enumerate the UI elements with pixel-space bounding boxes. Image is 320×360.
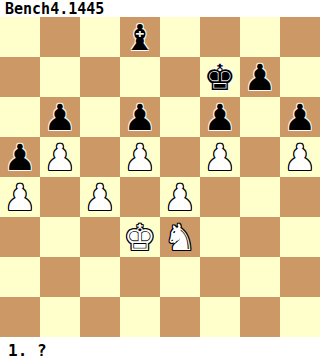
square-e7[interactable] — [160, 57, 200, 97]
square-c7[interactable] — [80, 57, 120, 97]
square-e8[interactable] — [160, 17, 200, 57]
square-b7[interactable] — [40, 57, 80, 97]
square-e6[interactable] — [160, 97, 200, 137]
square-d8[interactable]: ♝ — [120, 17, 160, 57]
square-h4[interactable] — [280, 177, 320, 217]
square-c3[interactable] — [80, 217, 120, 257]
square-f6[interactable]: ♟ — [200, 97, 240, 137]
white-pawn[interactable]: ♟ — [0, 177, 40, 217]
square-b5[interactable]: ♟ — [40, 137, 80, 177]
square-c6[interactable] — [80, 97, 120, 137]
white-pawn[interactable]: ♟ — [200, 137, 240, 177]
square-c5[interactable] — [80, 137, 120, 177]
white-pawn[interactable]: ♟ — [80, 177, 120, 217]
square-d2[interactable] — [120, 257, 160, 297]
black-king[interactable]: ♚ — [200, 57, 240, 97]
square-g2[interactable] — [240, 257, 280, 297]
square-a5[interactable]: ♟ — [0, 137, 40, 177]
white-pawn[interactable]: ♟ — [280, 137, 320, 177]
square-e1[interactable] — [160, 297, 200, 337]
square-a1[interactable] — [0, 297, 40, 337]
square-d6[interactable]: ♟ — [120, 97, 160, 137]
square-f5[interactable]: ♟ — [200, 137, 240, 177]
black-pawn[interactable]: ♟ — [0, 137, 40, 177]
square-d5[interactable]: ♟ — [120, 137, 160, 177]
square-h7[interactable] — [280, 57, 320, 97]
square-f3[interactable] — [200, 217, 240, 257]
white-pawn[interactable]: ♟ — [120, 137, 160, 177]
square-g4[interactable] — [240, 177, 280, 217]
square-f4[interactable] — [200, 177, 240, 217]
square-b1[interactable] — [40, 297, 80, 337]
square-h1[interactable] — [280, 297, 320, 337]
white-pawn[interactable]: ♟ — [160, 177, 200, 217]
white-knight[interactable]: ♞ — [160, 217, 200, 257]
move-prompt: 1. ? — [0, 337, 320, 360]
black-pawn[interactable]: ♟ — [120, 97, 160, 137]
black-pawn[interactable]: ♟ — [40, 97, 80, 137]
square-g8[interactable] — [240, 17, 280, 57]
square-c2[interactable] — [80, 257, 120, 297]
square-b4[interactable] — [40, 177, 80, 217]
square-e2[interactable] — [160, 257, 200, 297]
square-d1[interactable] — [120, 297, 160, 337]
square-e3[interactable]: ♞ — [160, 217, 200, 257]
square-h6[interactable]: ♟ — [280, 97, 320, 137]
square-d4[interactable] — [120, 177, 160, 217]
square-a2[interactable] — [0, 257, 40, 297]
square-f2[interactable] — [200, 257, 240, 297]
square-a7[interactable] — [0, 57, 40, 97]
square-f7[interactable]: ♚ — [200, 57, 240, 97]
square-g1[interactable] — [240, 297, 280, 337]
square-a8[interactable] — [0, 17, 40, 57]
square-c1[interactable] — [80, 297, 120, 337]
square-c8[interactable] — [80, 17, 120, 57]
black-bishop[interactable]: ♝ — [120, 17, 160, 57]
square-g5[interactable] — [240, 137, 280, 177]
square-d3[interactable]: ♚ — [120, 217, 160, 257]
square-b3[interactable] — [40, 217, 80, 257]
square-a3[interactable] — [0, 217, 40, 257]
white-pawn[interactable]: ♟ — [40, 137, 80, 177]
square-e5[interactable] — [160, 137, 200, 177]
black-pawn[interactable]: ♟ — [200, 97, 240, 137]
square-b2[interactable] — [40, 257, 80, 297]
white-king[interactable]: ♚ — [120, 217, 160, 257]
square-h5[interactable]: ♟ — [280, 137, 320, 177]
square-h8[interactable] — [280, 17, 320, 57]
square-a6[interactable] — [0, 97, 40, 137]
square-b8[interactable] — [40, 17, 80, 57]
chess-board: ♝♚♟♟♟♟♟♟♟♟♟♟♟♟♟♚♞ — [0, 17, 320, 337]
square-h2[interactable] — [280, 257, 320, 297]
square-g3[interactable] — [240, 217, 280, 257]
square-h3[interactable] — [280, 217, 320, 257]
square-e4[interactable]: ♟ — [160, 177, 200, 217]
square-g7[interactable]: ♟ — [240, 57, 280, 97]
square-g6[interactable] — [240, 97, 280, 137]
black-pawn[interactable]: ♟ — [280, 97, 320, 137]
square-f8[interactable] — [200, 17, 240, 57]
square-c4[interactable]: ♟ — [80, 177, 120, 217]
position-title: Bench4.1445 — [0, 0, 320, 17]
black-pawn[interactable]: ♟ — [240, 57, 280, 97]
square-a4[interactable]: ♟ — [0, 177, 40, 217]
square-b6[interactable]: ♟ — [40, 97, 80, 137]
square-f1[interactable] — [200, 297, 240, 337]
square-d7[interactable] — [120, 57, 160, 97]
